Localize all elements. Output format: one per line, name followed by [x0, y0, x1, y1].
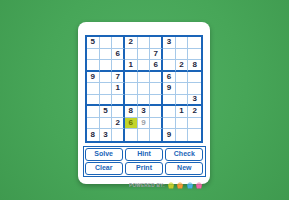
cell-r1c3[interactable] [112, 37, 125, 49]
cell-r3c6[interactable]: 6 [150, 60, 163, 72]
button-panel: SolveHintCheckClearPrintNew [83, 146, 206, 177]
cell-r5c4[interactable] [125, 83, 138, 95]
cell-r7c5[interactable]: 3 [138, 106, 151, 118]
cell-r8c7[interactable] [163, 118, 176, 130]
cell-r6c5[interactable] [138, 95, 151, 107]
cupcake-icon-blue [186, 181, 194, 189]
cell-r2c1[interactable] [87, 49, 100, 61]
cell-r6c1[interactable] [87, 95, 100, 107]
cupcake-icon-orange [176, 181, 184, 189]
cell-r4c4[interactable] [125, 72, 138, 84]
cell-r4c7[interactable]: 6 [163, 72, 176, 84]
cell-r2c5[interactable] [138, 49, 151, 61]
check-button[interactable]: Check [165, 148, 203, 161]
clear-button[interactable]: Clear [85, 162, 123, 175]
cell-r7c4[interactable]: 8 [125, 106, 138, 118]
print-button[interactable]: Print [125, 162, 163, 175]
cell-r6c6[interactable] [150, 95, 163, 107]
cell-r4c1[interactable]: 9 [87, 72, 100, 84]
powered-by-label: POWERED BY: [129, 183, 165, 188]
green-background: 52367162897619358312269839 SolveHintChec… [0, 0, 289, 200]
cell-r2c2[interactable] [100, 49, 113, 61]
cell-r1c5[interactable] [138, 37, 151, 49]
cell-r6c9[interactable]: 3 [188, 95, 201, 107]
cell-r8c6[interactable] [150, 118, 163, 130]
cell-r9c7[interactable]: 9 [163, 129, 176, 141]
powered-by-row: POWERED BY: [78, 181, 203, 190]
cupcake-icon-pink [195, 181, 203, 189]
cell-r2c6[interactable]: 7 [150, 49, 163, 61]
cell-r9c6[interactable] [150, 129, 163, 141]
cell-r3c7[interactable] [163, 60, 176, 72]
cell-r9c9[interactable] [188, 129, 201, 141]
cell-r5c7[interactable]: 9 [163, 83, 176, 95]
cell-r8c4[interactable]: 6 [125, 118, 138, 130]
cell-r9c4[interactable] [125, 129, 138, 141]
cell-r6c7[interactable] [163, 95, 176, 107]
cell-r9c3[interactable] [112, 129, 125, 141]
cell-r3c9[interactable]: 8 [188, 60, 201, 72]
cell-r8c9[interactable] [188, 118, 201, 130]
cell-r4c5[interactable] [138, 72, 151, 84]
cell-r8c1[interactable] [87, 118, 100, 130]
cell-r3c1[interactable] [87, 60, 100, 72]
cell-r9c5[interactable] [138, 129, 151, 141]
cell-r1c8[interactable] [176, 37, 189, 49]
cell-r2c8[interactable] [176, 49, 189, 61]
solve-button[interactable]: Solve [85, 148, 123, 161]
cell-r4c2[interactable] [100, 72, 113, 84]
cell-r8c2[interactable] [100, 118, 113, 130]
cell-r7c8[interactable]: 1 [176, 106, 189, 118]
cell-r5c2[interactable] [100, 83, 113, 95]
cell-r4c8[interactable] [176, 72, 189, 84]
powered-by-icons [167, 181, 204, 190]
cell-r8c8[interactable] [176, 118, 189, 130]
cell-r7c7[interactable] [163, 106, 176, 118]
cell-r8c3[interactable]: 2 [112, 118, 125, 130]
cell-r1c7[interactable]: 3 [163, 37, 176, 49]
cell-r7c3[interactable] [112, 106, 125, 118]
cell-r5c6[interactable] [150, 83, 163, 95]
cell-r1c2[interactable] [100, 37, 113, 49]
cell-r1c9[interactable] [188, 37, 201, 49]
cell-r6c3[interactable] [112, 95, 125, 107]
cell-r9c2[interactable]: 3 [100, 129, 113, 141]
cell-r9c8[interactable] [176, 129, 189, 141]
cell-r5c3[interactable]: 1 [112, 83, 125, 95]
cell-r3c5[interactable] [138, 60, 151, 72]
cell-r3c8[interactable]: 2 [176, 60, 189, 72]
cell-r7c1[interactable] [87, 106, 100, 118]
cell-r6c2[interactable] [100, 95, 113, 107]
cell-r2c4[interactable] [125, 49, 138, 61]
sudoku-card: 52367162897619358312269839 SolveHintChec… [78, 22, 210, 184]
cell-r1c4[interactable]: 2 [125, 37, 138, 49]
new-button[interactable]: New [165, 162, 203, 175]
cell-r4c6[interactable] [150, 72, 163, 84]
cupcake-icon-lime [167, 181, 175, 189]
hint-button[interactable]: Hint [125, 148, 163, 161]
cell-r7c2[interactable]: 5 [100, 106, 113, 118]
cell-r6c8[interactable] [176, 95, 189, 107]
cell-r3c4[interactable]: 1 [125, 60, 138, 72]
cell-r8c5[interactable]: 9 [138, 118, 151, 130]
cell-r5c9[interactable] [188, 83, 201, 95]
cell-r3c2[interactable] [100, 60, 113, 72]
cell-r6c4[interactable] [125, 95, 138, 107]
cell-r5c1[interactable] [87, 83, 100, 95]
cell-r9c1[interactable]: 8 [87, 129, 100, 141]
cell-r7c6[interactable] [150, 106, 163, 118]
cell-r2c9[interactable] [188, 49, 201, 61]
cell-r7c9[interactable]: 2 [188, 106, 201, 118]
cell-r1c1[interactable]: 5 [87, 37, 100, 49]
cell-r2c7[interactable] [163, 49, 176, 61]
cell-r4c3[interactable]: 7 [112, 72, 125, 84]
cell-r1c6[interactable] [150, 37, 163, 49]
cell-r5c5[interactable] [138, 83, 151, 95]
cell-r5c8[interactable] [176, 83, 189, 95]
sudoku-grid: 52367162897619358312269839 [85, 35, 203, 143]
cell-r4c9[interactable] [188, 72, 201, 84]
cell-r3c3[interactable] [112, 60, 125, 72]
cell-r2c3[interactable]: 6 [112, 49, 125, 61]
